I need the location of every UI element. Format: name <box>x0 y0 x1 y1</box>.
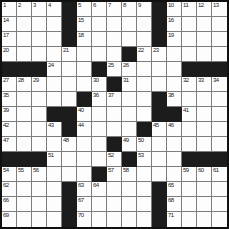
cell-r3c4[interactable] <box>47 32 62 47</box>
cell-r15c14[interactable] <box>197 212 212 227</box>
cell-r12c2[interactable]: 55 <box>17 167 32 182</box>
clue-number-36: 36 <box>93 92 99 99</box>
cell-r4c7[interactable] <box>92 47 107 62</box>
cell-r9c8[interactable] <box>107 122 122 137</box>
cell-r2c9[interactable] <box>122 17 137 32</box>
black-square-r8c5 <box>62 107 77 122</box>
cell-r15c2[interactable] <box>17 212 32 227</box>
cell-r13c8[interactable] <box>107 182 122 197</box>
clue-number-48: 48 <box>63 137 69 144</box>
cell-r2c8[interactable] <box>107 17 122 32</box>
cell-r2c6[interactable]: 15 <box>77 17 92 32</box>
clue-number-47: 47 <box>3 137 9 144</box>
black-square-r15c11 <box>152 212 167 227</box>
clue-number-18: 18 <box>78 32 84 39</box>
black-square-r1c5 <box>62 2 77 17</box>
black-square-r9c10 <box>137 122 152 137</box>
cell-r8c13[interactable]: 41 <box>182 107 197 122</box>
black-square-r7c6 <box>77 92 92 107</box>
cell-r6c11[interactable] <box>152 77 167 92</box>
black-square-r11c3 <box>32 152 47 167</box>
cell-r4c6[interactable] <box>77 47 92 62</box>
clue-number-51: 51 <box>48 152 54 159</box>
cell-r1c1[interactable]: 1 <box>2 2 17 17</box>
cell-r6c13[interactable]: 32 <box>182 77 197 92</box>
clue-number-55: 55 <box>18 167 24 174</box>
cell-r2c3[interactable] <box>32 17 47 32</box>
black-square-r8c11 <box>152 107 167 122</box>
cell-r12c6[interactable] <box>77 167 92 182</box>
cell-r12c13[interactable]: 59 <box>182 167 197 182</box>
cell-r6c15[interactable]: 34 <box>212 77 227 92</box>
cell-r13c12[interactable]: 65 <box>167 182 182 197</box>
black-square-r11c2 <box>17 152 32 167</box>
cell-r2c10[interactable] <box>137 17 152 32</box>
cell-r4c15[interactable] <box>212 47 227 62</box>
clue-number-5: 5 <box>78 2 81 9</box>
clue-number-21: 21 <box>63 47 69 54</box>
cell-r4c14[interactable] <box>197 47 212 62</box>
cell-r11c8[interactable]: 52 <box>107 152 122 167</box>
cell-r9c9[interactable] <box>122 122 137 137</box>
cell-r15c10[interactable] <box>137 212 152 227</box>
black-square-r5c1 <box>2 62 17 77</box>
clue-number-10: 10 <box>168 2 174 9</box>
cell-r3c1[interactable]: 17 <box>2 32 17 47</box>
cell-r8c15[interactable] <box>212 107 227 122</box>
cell-r3c12[interactable]: 19 <box>167 32 182 47</box>
clue-number-38: 38 <box>168 92 174 99</box>
cell-r14c9[interactable] <box>122 197 137 212</box>
cell-r15c15[interactable] <box>212 212 227 227</box>
cell-r11c10[interactable]: 53 <box>137 152 152 167</box>
cell-r7c1[interactable]: 35 <box>2 92 17 107</box>
cell-r12c10[interactable] <box>137 167 152 182</box>
clue-number-2: 2 <box>18 2 21 9</box>
clue-number-11: 11 <box>183 2 188 9</box>
clue-number-62: 62 <box>3 182 9 189</box>
clue-number-30: 30 <box>93 77 99 84</box>
cell-r6c9[interactable]: 31 <box>122 77 137 92</box>
cell-r6c7[interactable]: 30 <box>92 77 107 92</box>
cell-r4c3[interactable] <box>32 47 47 62</box>
clue-number-12: 12 <box>198 2 204 9</box>
clue-number-56: 56 <box>33 167 39 174</box>
black-square-r5c2 <box>17 62 32 77</box>
cell-r13c10[interactable] <box>137 182 152 197</box>
clue-number-9: 9 <box>138 2 141 9</box>
cell-r6c12[interactable] <box>167 77 182 92</box>
cell-r12c1[interactable]: 54 <box>2 167 17 182</box>
black-square-r13c5 <box>62 182 77 197</box>
clue-number-65: 65 <box>168 182 174 189</box>
cell-r13c1[interactable]: 62 <box>2 182 17 197</box>
clue-number-44: 44 <box>78 122 84 129</box>
clue-number-24: 24 <box>48 62 54 69</box>
cell-r9c2[interactable] <box>17 122 32 137</box>
black-square-r15c5 <box>62 212 77 227</box>
clue-number-23: 23 <box>153 47 159 54</box>
black-square-r11c14 <box>197 152 212 167</box>
cell-r9c11[interactable]: 45 <box>152 122 167 137</box>
black-square-r8c4 <box>47 107 62 122</box>
clue-number-34: 34 <box>213 77 219 84</box>
clue-number-7: 7 <box>108 2 111 9</box>
cell-r1c14[interactable]: 12 <box>197 2 212 17</box>
cell-r7c10[interactable] <box>137 92 152 107</box>
cell-r13c13[interactable] <box>182 182 197 197</box>
cell-r11c12[interactable] <box>167 152 182 167</box>
black-square-r2c5 <box>62 17 77 32</box>
cell-r12c4[interactable] <box>47 167 62 182</box>
cell-r6c1[interactable]: 27 <box>2 77 17 92</box>
black-square-r1c11 <box>152 2 167 17</box>
cell-r13c4[interactable] <box>47 182 62 197</box>
cell-r9c12[interactable]: 46 <box>167 122 182 137</box>
black-square-r7c11 <box>152 92 167 107</box>
cell-r3c6[interactable]: 18 <box>77 32 92 47</box>
cell-r15c1[interactable]: 69 <box>2 212 17 227</box>
cell-r10c1[interactable]: 47 <box>2 137 17 152</box>
cell-r9c3[interactable] <box>32 122 47 137</box>
black-square-r6c8 <box>107 77 122 92</box>
cell-r8c7[interactable] <box>92 107 107 122</box>
cell-r9c15[interactable] <box>212 122 227 137</box>
black-square-r11c1 <box>2 152 17 167</box>
cell-r3c10[interactable] <box>137 32 152 47</box>
cell-r11c4[interactable]: 51 <box>47 152 62 167</box>
black-square-r11c13 <box>182 152 197 167</box>
black-square-r5c15 <box>212 62 227 77</box>
crossword-grid: 1234567891011121314151617181920212223242… <box>0 0 229 229</box>
clue-number-13: 13 <box>213 2 219 9</box>
cell-r15c3[interactable] <box>32 212 47 227</box>
clue-number-28: 28 <box>18 77 24 84</box>
cell-r13c6[interactable]: 63 <box>77 182 92 197</box>
clue-number-8: 8 <box>123 2 126 9</box>
cell-r1c15[interactable]: 13 <box>212 2 227 17</box>
cell-r4c13[interactable] <box>182 47 197 62</box>
clue-number-66: 66 <box>3 197 9 204</box>
cell-r8c10[interactable] <box>137 107 152 122</box>
cell-r12c8[interactable]: 57 <box>107 167 122 182</box>
cell-r3c3[interactable] <box>32 32 47 47</box>
cell-r13c9[interactable] <box>122 182 137 197</box>
cell-r6c14[interactable]: 33 <box>197 77 212 92</box>
cell-r13c7[interactable]: 64 <box>92 182 107 197</box>
clue-number-25: 25 <box>108 62 114 69</box>
cell-r2c7[interactable] <box>92 17 107 32</box>
cell-r7c5[interactable] <box>62 92 77 107</box>
clue-number-63: 63 <box>78 182 84 189</box>
clue-number-26: 26 <box>123 62 129 69</box>
clue-number-60: 60 <box>198 167 204 174</box>
cell-r5c8[interactable]: 25 <box>107 62 122 77</box>
cell-r7c8[interactable]: 37 <box>107 92 122 107</box>
cell-r4c8[interactable] <box>107 47 122 62</box>
cell-r8c6[interactable]: 40 <box>77 107 92 122</box>
clue-number-35: 35 <box>3 92 9 99</box>
cell-r1c10[interactable]: 9 <box>137 2 152 17</box>
cell-r14c1[interactable]: 66 <box>2 197 17 212</box>
clue-number-64: 64 <box>93 182 99 189</box>
clue-number-39: 39 <box>3 107 9 114</box>
cell-r10c2[interactable] <box>17 137 32 152</box>
black-square-r11c15 <box>212 152 227 167</box>
black-square-r5c3 <box>32 62 47 77</box>
black-square-r10c8 <box>107 137 122 152</box>
cell-r14c7[interactable] <box>92 197 107 212</box>
cell-r11c7[interactable] <box>92 152 107 167</box>
cell-r10c3[interactable] <box>32 137 47 152</box>
cell-r3c2[interactable] <box>17 32 32 47</box>
clue-number-1: 1 <box>3 2 6 9</box>
cell-r2c12[interactable]: 16 <box>167 17 182 32</box>
cell-r13c3[interactable] <box>32 182 47 197</box>
cell-r13c15[interactable] <box>212 182 227 197</box>
cell-r3c13[interactable] <box>182 32 197 47</box>
cell-r9c7[interactable] <box>92 122 107 137</box>
cell-r4c5[interactable]: 21 <box>62 47 77 62</box>
cell-r9c6[interactable]: 44 <box>77 122 92 137</box>
black-square-r14c11 <box>152 197 167 212</box>
cell-r10c15[interactable] <box>212 137 227 152</box>
cell-r6c4[interactable] <box>47 77 62 92</box>
clue-number-69: 69 <box>3 212 9 219</box>
cell-r14c15[interactable] <box>212 197 227 212</box>
cell-r3c15[interactable] <box>212 32 227 47</box>
cell-r14c12[interactable]: 68 <box>167 197 182 212</box>
cell-r10c7[interactable] <box>92 137 107 152</box>
cell-r10c14[interactable] <box>197 137 212 152</box>
clue-number-53: 53 <box>138 152 144 159</box>
cell-r15c12[interactable]: 71 <box>167 212 182 227</box>
clue-number-14: 14 <box>3 17 9 24</box>
cell-r11c6[interactable] <box>77 152 92 167</box>
clue-number-41: 41 <box>183 107 189 114</box>
clue-number-52: 52 <box>108 152 114 159</box>
clue-number-37: 37 <box>108 92 114 99</box>
black-square-r12c7 <box>92 167 107 182</box>
cell-r3c8[interactable] <box>107 32 122 47</box>
cell-r5c5[interactable] <box>62 62 77 77</box>
cell-r11c5[interactable] <box>62 152 77 167</box>
clue-number-4: 4 <box>48 2 51 9</box>
clue-number-31: 31 <box>123 77 129 84</box>
cell-r8c8[interactable] <box>107 107 122 122</box>
cell-r6c2[interactable]: 28 <box>17 77 32 92</box>
cell-r7c4[interactable] <box>47 92 62 107</box>
clue-number-43: 43 <box>48 122 54 129</box>
cell-r10c11[interactable] <box>152 137 167 152</box>
cell-r2c15[interactable] <box>212 17 227 32</box>
cell-r14c2[interactable] <box>17 197 32 212</box>
cell-r15c7[interactable] <box>92 212 107 227</box>
clue-number-27: 27 <box>3 77 9 84</box>
clue-number-19: 19 <box>168 32 174 39</box>
cell-r8c9[interactable] <box>122 107 137 122</box>
cell-r4c1[interactable]: 20 <box>2 47 17 62</box>
cell-r14c13[interactable] <box>182 197 197 212</box>
cell-r7c9[interactable] <box>122 92 137 107</box>
black-square-r5c13 <box>182 62 197 77</box>
cell-r12c15[interactable]: 61 <box>212 167 227 182</box>
clue-number-42: 42 <box>3 122 9 129</box>
clue-number-71: 71 <box>168 212 174 219</box>
cell-r10c13[interactable] <box>182 137 197 152</box>
cell-r13c2[interactable] <box>17 182 32 197</box>
cell-r12c14[interactable]: 60 <box>197 167 212 182</box>
cell-r2c4[interactable] <box>47 17 62 32</box>
cell-r6c6[interactable] <box>77 77 92 92</box>
cell-r7c12[interactable]: 38 <box>167 92 182 107</box>
black-square-r5c14 <box>197 62 212 77</box>
cell-r1c6[interactable]: 5 <box>77 2 92 17</box>
clue-number-58: 58 <box>123 167 129 174</box>
cell-r1c3[interactable]: 3 <box>32 2 47 17</box>
cell-r14c10[interactable] <box>137 197 152 212</box>
cell-r5c12[interactable] <box>167 62 182 77</box>
cell-r15c8[interactable] <box>107 212 122 227</box>
cell-r1c7[interactable]: 6 <box>92 2 107 17</box>
cell-r1c8[interactable]: 7 <box>107 2 122 17</box>
cell-r3c14[interactable] <box>197 32 212 47</box>
cell-r4c4[interactable] <box>47 47 62 62</box>
cell-r9c14[interactable] <box>197 122 212 137</box>
cell-r8c14[interactable] <box>197 107 212 122</box>
clue-number-67: 67 <box>78 197 84 204</box>
clue-number-49: 49 <box>123 137 129 144</box>
clue-number-61: 61 <box>213 167 219 174</box>
clue-number-20: 20 <box>3 47 9 54</box>
cell-r8c1[interactable]: 39 <box>2 107 17 122</box>
cell-r5c11[interactable] <box>152 62 167 77</box>
cell-r1c12[interactable]: 10 <box>167 2 182 17</box>
cell-r7c13[interactable] <box>182 92 197 107</box>
cell-r10c4[interactable] <box>47 137 62 152</box>
clue-number-3: 3 <box>33 2 36 9</box>
clue-number-59: 59 <box>183 167 189 174</box>
black-square-r5c7 <box>92 62 107 77</box>
cell-r7c7[interactable]: 36 <box>92 92 107 107</box>
cell-r15c13[interactable] <box>182 212 197 227</box>
cell-r2c14[interactable] <box>197 17 212 32</box>
cell-r4c12[interactable] <box>167 47 182 62</box>
black-square-r13c11 <box>152 182 167 197</box>
clue-number-17: 17 <box>3 32 9 39</box>
cell-r10c5[interactable]: 48 <box>62 137 77 152</box>
cell-r5c10[interactable] <box>137 62 152 77</box>
clue-number-29: 29 <box>33 77 39 84</box>
clue-number-70: 70 <box>78 212 84 219</box>
clue-number-68: 68 <box>168 197 174 204</box>
clue-number-54: 54 <box>3 167 9 174</box>
cell-r11c11[interactable] <box>152 152 167 167</box>
black-square-r2c11 <box>152 17 167 32</box>
black-square-r9c5 <box>62 122 77 137</box>
cell-r8c3[interactable] <box>32 107 47 122</box>
cell-r14c4[interactable] <box>47 197 62 212</box>
black-square-r8c12 <box>167 107 182 122</box>
clue-number-45: 45 <box>153 122 159 129</box>
cell-r10c12[interactable] <box>167 137 182 152</box>
cell-r9c13[interactable] <box>182 122 197 137</box>
cell-r9c4[interactable]: 43 <box>47 122 62 137</box>
cell-r2c13[interactable] <box>182 17 197 32</box>
cell-r4c10[interactable]: 22 <box>137 47 152 62</box>
cell-r5c6[interactable] <box>77 62 92 77</box>
cell-r7c14[interactable] <box>197 92 212 107</box>
clue-number-15: 15 <box>78 17 84 24</box>
cell-r8c2[interactable] <box>17 107 32 122</box>
cell-r12c3[interactable]: 56 <box>32 167 47 182</box>
cell-r10c9[interactable]: 49 <box>122 137 137 152</box>
cell-r4c2[interactable] <box>17 47 32 62</box>
cell-r1c2[interactable]: 2 <box>17 2 32 17</box>
cell-r6c5[interactable] <box>62 77 77 92</box>
black-square-r11c9 <box>122 152 137 167</box>
clue-number-50: 50 <box>138 137 144 144</box>
cell-r15c6[interactable]: 70 <box>77 212 92 227</box>
cell-r7c3[interactable] <box>32 92 47 107</box>
cell-r14c6[interactable]: 67 <box>77 197 92 212</box>
cell-r9c1[interactable]: 42 <box>2 122 17 137</box>
cell-r4c11[interactable]: 23 <box>152 47 167 62</box>
clue-number-32: 32 <box>183 77 189 84</box>
cell-r3c9[interactable] <box>122 32 137 47</box>
cell-r10c6[interactable] <box>77 137 92 152</box>
cell-r12c12[interactable] <box>167 167 182 182</box>
clue-number-22: 22 <box>138 47 144 54</box>
black-square-r3c11 <box>152 32 167 47</box>
cell-r12c5[interactable] <box>62 167 77 182</box>
cell-r13c14[interactable] <box>197 182 212 197</box>
cell-r2c1[interactable]: 14 <box>2 17 17 32</box>
cell-r7c2[interactable] <box>17 92 32 107</box>
cell-r7c15[interactable] <box>212 92 227 107</box>
cell-r5c9[interactable]: 26 <box>122 62 137 77</box>
black-square-r3c5 <box>62 32 77 47</box>
cell-r12c9[interactable]: 58 <box>122 167 137 182</box>
cell-r2c2[interactable] <box>17 17 32 32</box>
cell-r6c10[interactable] <box>137 77 152 92</box>
cell-r14c8[interactable] <box>107 197 122 212</box>
cell-r5c4[interactable]: 24 <box>47 62 62 77</box>
cell-r15c9[interactable] <box>122 212 137 227</box>
cell-r14c14[interactable] <box>197 197 212 212</box>
cell-r15c4[interactable] <box>47 212 62 227</box>
cell-r1c9[interactable]: 8 <box>122 2 137 17</box>
cell-r3c7[interactable] <box>92 32 107 47</box>
cell-r6c3[interactable]: 29 <box>32 77 47 92</box>
cell-r10c10[interactable]: 50 <box>137 137 152 152</box>
cell-r1c4[interactable]: 4 <box>47 2 62 17</box>
clue-number-33: 33 <box>198 77 204 84</box>
black-square-r4c9 <box>122 47 137 62</box>
black-square-r14c5 <box>62 197 77 212</box>
cell-r12c11[interactable] <box>152 167 167 182</box>
clue-number-40: 40 <box>78 107 84 114</box>
cell-r1c13[interactable]: 11 <box>182 2 197 17</box>
clue-number-57: 57 <box>108 167 114 174</box>
cell-r14c3[interactable] <box>32 197 47 212</box>
clue-number-46: 46 <box>168 122 174 129</box>
clue-number-16: 16 <box>168 17 174 24</box>
clue-number-6: 6 <box>93 2 96 9</box>
